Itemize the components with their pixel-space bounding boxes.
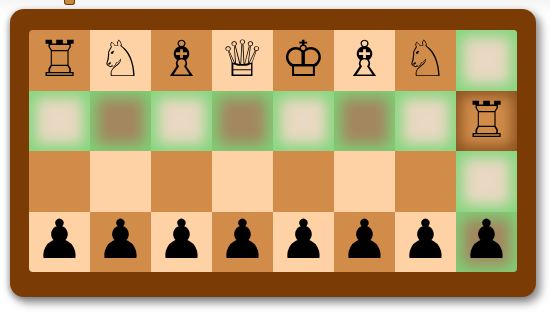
square-b8[interactable]: ♘	[90, 30, 151, 91]
square-e8[interactable]: ♔	[273, 30, 334, 91]
square-d7[interactable]	[212, 91, 273, 152]
square-e7[interactable]	[273, 91, 334, 152]
black-pawn-piece[interactable]: ♟	[35, 213, 83, 267]
black-pawn-piece[interactable]: ♟	[279, 213, 327, 267]
square-f5[interactable]: ♟	[334, 212, 395, 273]
square-d6[interactable]	[212, 151, 273, 212]
white-queen-piece[interactable]: ♕	[220, 34, 265, 84]
white-bishop-piece[interactable]: ♗	[159, 34, 204, 84]
chess-board-frame: ♖♘♗♕♔♗♘♖♟♟♟♟♟♟♟♟	[10, 9, 536, 297]
white-knight-piece[interactable]: ♘	[98, 34, 143, 84]
square-f8[interactable]: ♗	[334, 30, 395, 91]
black-pawn-piece[interactable]: ♟	[218, 213, 266, 267]
white-bishop-piece[interactable]: ♗	[342, 34, 387, 84]
chess-board: ♖♘♗♕♔♗♘♖♟♟♟♟♟♟♟♟	[29, 30, 517, 272]
square-b7[interactable]	[90, 91, 151, 152]
white-rook-piece[interactable]: ♖	[37, 34, 82, 84]
black-pawn-piece[interactable]: ♟	[157, 213, 205, 267]
square-e5[interactable]: ♟	[273, 212, 334, 273]
square-a5[interactable]: ♟	[29, 212, 90, 273]
square-g7[interactable]	[395, 91, 456, 152]
square-a8[interactable]: ♖	[29, 30, 90, 91]
black-pawn-piece[interactable]: ♟	[340, 213, 388, 267]
square-h8[interactable]	[456, 30, 517, 91]
white-king-piece[interactable]: ♔	[281, 34, 326, 84]
square-g5[interactable]: ♟	[395, 212, 456, 273]
square-d8[interactable]: ♕	[212, 30, 273, 91]
square-c8[interactable]: ♗	[151, 30, 212, 91]
square-b6[interactable]	[90, 151, 151, 212]
square-e6[interactable]	[273, 151, 334, 212]
square-c5[interactable]: ♟	[151, 212, 212, 273]
screen-edge-artifact	[64, 0, 75, 5]
black-pawn-piece[interactable]: ♟	[96, 213, 144, 267]
square-c7[interactable]	[151, 91, 212, 152]
square-a7[interactable]	[29, 91, 90, 152]
square-f7[interactable]	[334, 91, 395, 152]
square-g6[interactable]	[395, 151, 456, 212]
square-h6[interactable]	[456, 151, 517, 212]
square-c6[interactable]	[151, 151, 212, 212]
square-f6[interactable]	[334, 151, 395, 212]
square-h5[interactable]: ♟	[456, 212, 517, 273]
square-a6[interactable]	[29, 151, 90, 212]
white-rook-piece[interactable]: ♖	[464, 95, 509, 145]
square-h7[interactable]: ♖	[456, 91, 517, 152]
square-b5[interactable]: ♟	[90, 212, 151, 273]
black-pawn-piece[interactable]: ♟	[401, 213, 449, 267]
white-knight-piece[interactable]: ♘	[403, 34, 448, 84]
black-pawn-piece[interactable]: ♟	[462, 213, 510, 267]
square-d5[interactable]: ♟	[212, 212, 273, 273]
square-g8[interactable]: ♘	[395, 30, 456, 91]
